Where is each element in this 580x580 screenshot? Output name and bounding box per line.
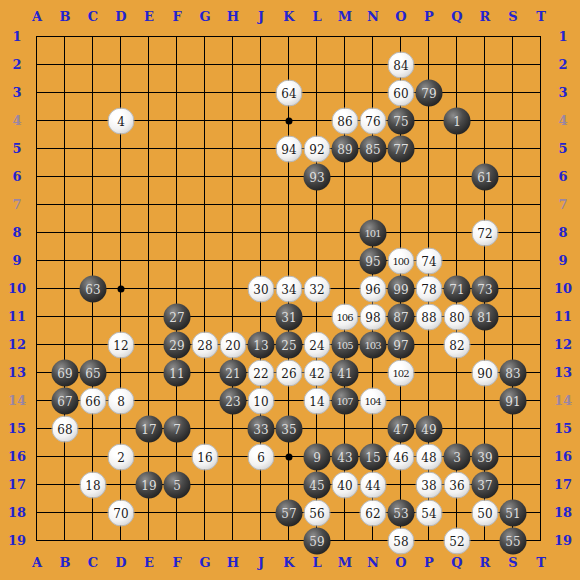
- stone-black-61[interactable]: 61: [472, 164, 499, 191]
- point-Q19[interactable]: 52: [443, 527, 471, 555]
- stone-black-89[interactable]: 89: [332, 136, 359, 163]
- stone-white-80[interactable]: 80: [444, 304, 471, 331]
- point-D6[interactable]: [107, 163, 135, 191]
- stone-white-64[interactable]: 64: [276, 80, 303, 107]
- point-L6[interactable]: 93: [303, 163, 331, 191]
- point-L5[interactable]: 92: [303, 135, 331, 163]
- point-F3[interactable]: [163, 79, 191, 107]
- point-C6[interactable]: [79, 163, 107, 191]
- point-E11[interactable]: [135, 303, 163, 331]
- point-J14[interactable]: 10: [247, 387, 275, 415]
- point-T5[interactable]: [527, 135, 555, 163]
- point-R19[interactable]: [471, 527, 499, 555]
- point-O1[interactable]: [387, 23, 415, 51]
- point-N9[interactable]: 95: [359, 247, 387, 275]
- point-S19[interactable]: 55: [499, 527, 527, 555]
- point-A18[interactable]: [23, 499, 51, 527]
- stone-black-13[interactable]: 13: [248, 332, 275, 359]
- stone-black-31[interactable]: 31: [276, 304, 303, 331]
- point-S10[interactable]: [499, 275, 527, 303]
- point-A17[interactable]: [23, 471, 51, 499]
- point-T9[interactable]: [527, 247, 555, 275]
- point-L12[interactable]: 24: [303, 331, 331, 359]
- point-H13[interactable]: 21: [219, 359, 247, 387]
- point-R3[interactable]: [471, 79, 499, 107]
- go-board[interactable]: 8464607948676751949289857793611017295100…: [23, 23, 555, 555]
- point-M13[interactable]: 41: [331, 359, 359, 387]
- stone-black-101[interactable]: 101: [360, 220, 387, 247]
- point-D13[interactable]: [107, 359, 135, 387]
- point-D3[interactable]: [107, 79, 135, 107]
- point-O6[interactable]: [387, 163, 415, 191]
- stone-black-9[interactable]: 9: [304, 444, 331, 471]
- point-C16[interactable]: [79, 443, 107, 471]
- point-S7[interactable]: [499, 191, 527, 219]
- point-P11[interactable]: 88: [415, 303, 443, 331]
- point-P12[interactable]: [415, 331, 443, 359]
- point-T6[interactable]: [527, 163, 555, 191]
- point-J10[interactable]: 30: [247, 275, 275, 303]
- stone-white-2[interactable]: 2: [108, 444, 135, 471]
- point-F19[interactable]: [163, 527, 191, 555]
- point-B13[interactable]: 69: [51, 359, 79, 387]
- point-L14[interactable]: 14: [303, 387, 331, 415]
- point-O4[interactable]: 75: [387, 107, 415, 135]
- point-T19[interactable]: [527, 527, 555, 555]
- point-K14[interactable]: [275, 387, 303, 415]
- point-S3[interactable]: [499, 79, 527, 107]
- point-C7[interactable]: [79, 191, 107, 219]
- stone-white-82[interactable]: 82: [444, 332, 471, 359]
- point-E8[interactable]: [135, 219, 163, 247]
- point-N7[interactable]: [359, 191, 387, 219]
- point-O18[interactable]: 53: [387, 499, 415, 527]
- point-N11[interactable]: 98: [359, 303, 387, 331]
- point-E1[interactable]: [135, 23, 163, 51]
- point-G18[interactable]: [191, 499, 219, 527]
- point-D11[interactable]: [107, 303, 135, 331]
- stone-black-21[interactable]: 21: [220, 360, 247, 387]
- point-O12[interactable]: 97: [387, 331, 415, 359]
- point-P15[interactable]: 49: [415, 415, 443, 443]
- point-C5[interactable]: [79, 135, 107, 163]
- point-O9[interactable]: 100: [387, 247, 415, 275]
- point-D18[interactable]: 70: [107, 499, 135, 527]
- point-F1[interactable]: [163, 23, 191, 51]
- point-C8[interactable]: [79, 219, 107, 247]
- point-Q11[interactable]: 80: [443, 303, 471, 331]
- point-A1[interactable]: [23, 23, 51, 51]
- point-B17[interactable]: [51, 471, 79, 499]
- point-B9[interactable]: [51, 247, 79, 275]
- point-N12[interactable]: 103: [359, 331, 387, 359]
- point-A13[interactable]: [23, 359, 51, 387]
- point-G12[interactable]: 28: [191, 331, 219, 359]
- point-A6[interactable]: [23, 163, 51, 191]
- stone-white-30[interactable]: 30: [248, 276, 275, 303]
- point-B18[interactable]: [51, 499, 79, 527]
- point-M1[interactable]: [331, 23, 359, 51]
- stone-black-81[interactable]: 81: [472, 304, 499, 331]
- point-A7[interactable]: [23, 191, 51, 219]
- point-F16[interactable]: [163, 443, 191, 471]
- point-M7[interactable]: [331, 191, 359, 219]
- stone-black-75[interactable]: 75: [388, 108, 415, 135]
- point-S4[interactable]: [499, 107, 527, 135]
- point-M15[interactable]: [331, 415, 359, 443]
- point-T13[interactable]: [527, 359, 555, 387]
- point-O2[interactable]: 84: [387, 51, 415, 79]
- point-N13[interactable]: [359, 359, 387, 387]
- stone-black-57[interactable]: 57: [276, 500, 303, 527]
- stone-white-44[interactable]: 44: [360, 472, 387, 499]
- stone-white-14[interactable]: 14: [304, 388, 331, 415]
- point-O7[interactable]: [387, 191, 415, 219]
- point-F4[interactable]: [163, 107, 191, 135]
- point-Q4[interactable]: 1: [443, 107, 471, 135]
- point-K5[interactable]: 94: [275, 135, 303, 163]
- point-B3[interactable]: [51, 79, 79, 107]
- point-L15[interactable]: [303, 415, 331, 443]
- point-P9[interactable]: 74: [415, 247, 443, 275]
- point-G5[interactable]: [191, 135, 219, 163]
- stone-white-60[interactable]: 60: [388, 80, 415, 107]
- stone-white-46[interactable]: 46: [388, 444, 415, 471]
- point-S9[interactable]: [499, 247, 527, 275]
- point-F12[interactable]: 29: [163, 331, 191, 359]
- stone-white-6[interactable]: 6: [248, 444, 275, 471]
- point-R6[interactable]: 61: [471, 163, 499, 191]
- point-C4[interactable]: [79, 107, 107, 135]
- point-B6[interactable]: [51, 163, 79, 191]
- point-A10[interactable]: [23, 275, 51, 303]
- point-O16[interactable]: 46: [387, 443, 415, 471]
- point-L4[interactable]: [303, 107, 331, 135]
- point-Q3[interactable]: [443, 79, 471, 107]
- point-B8[interactable]: [51, 219, 79, 247]
- stone-white-86[interactable]: 86: [332, 108, 359, 135]
- point-D8[interactable]: [107, 219, 135, 247]
- stone-white-56[interactable]: 56: [304, 500, 331, 527]
- stone-black-73[interactable]: 73: [472, 276, 499, 303]
- point-F9[interactable]: [163, 247, 191, 275]
- stone-white-54[interactable]: 54: [416, 500, 443, 527]
- point-P1[interactable]: [415, 23, 443, 51]
- point-F13[interactable]: 11: [163, 359, 191, 387]
- point-L18[interactable]: 56: [303, 499, 331, 527]
- stone-black-43[interactable]: 43: [332, 444, 359, 471]
- point-J3[interactable]: [247, 79, 275, 107]
- point-B16[interactable]: [51, 443, 79, 471]
- point-A8[interactable]: [23, 219, 51, 247]
- point-E19[interactable]: [135, 527, 163, 555]
- point-R10[interactable]: 73: [471, 275, 499, 303]
- point-A5[interactable]: [23, 135, 51, 163]
- point-F15[interactable]: 7: [163, 415, 191, 443]
- point-G16[interactable]: 16: [191, 443, 219, 471]
- point-E16[interactable]: [135, 443, 163, 471]
- point-A3[interactable]: [23, 79, 51, 107]
- point-P14[interactable]: [415, 387, 443, 415]
- point-O3[interactable]: 60: [387, 79, 415, 107]
- point-A11[interactable]: [23, 303, 51, 331]
- stone-white-42[interactable]: 42: [304, 360, 331, 387]
- stone-black-71[interactable]: 71: [444, 276, 471, 303]
- stone-white-38[interactable]: 38: [416, 472, 443, 499]
- stone-black-83[interactable]: 83: [500, 360, 527, 387]
- point-F8[interactable]: [163, 219, 191, 247]
- point-E7[interactable]: [135, 191, 163, 219]
- point-A19[interactable]: [23, 527, 51, 555]
- point-J18[interactable]: [247, 499, 275, 527]
- point-M4[interactable]: 86: [331, 107, 359, 135]
- point-O17[interactable]: [387, 471, 415, 499]
- stone-black-33[interactable]: 33: [248, 416, 275, 443]
- point-G17[interactable]: [191, 471, 219, 499]
- point-B12[interactable]: [51, 331, 79, 359]
- stone-white-16[interactable]: 16: [192, 444, 219, 471]
- stone-black-65[interactable]: 65: [80, 360, 107, 387]
- point-O15[interactable]: 47: [387, 415, 415, 443]
- stone-black-39[interactable]: 39: [472, 444, 499, 471]
- point-K7[interactable]: [275, 191, 303, 219]
- point-S18[interactable]: 51: [499, 499, 527, 527]
- point-B19[interactable]: [51, 527, 79, 555]
- point-K11[interactable]: 31: [275, 303, 303, 331]
- stone-black-19[interactable]: 19: [136, 472, 163, 499]
- point-N10[interactable]: 96: [359, 275, 387, 303]
- point-O8[interactable]: [387, 219, 415, 247]
- point-D12[interactable]: 12: [107, 331, 135, 359]
- point-H2[interactable]: [219, 51, 247, 79]
- point-G19[interactable]: [191, 527, 219, 555]
- stone-white-12[interactable]: 12: [108, 332, 135, 359]
- point-L9[interactable]: [303, 247, 331, 275]
- point-A14[interactable]: [23, 387, 51, 415]
- point-B10[interactable]: [51, 275, 79, 303]
- point-Q5[interactable]: [443, 135, 471, 163]
- stone-black-1[interactable]: 1: [444, 108, 471, 135]
- stone-black-77[interactable]: 77: [388, 136, 415, 163]
- stone-white-24[interactable]: 24: [304, 332, 331, 359]
- point-L16[interactable]: 9: [303, 443, 331, 471]
- point-P19[interactable]: [415, 527, 443, 555]
- stone-black-45[interactable]: 45: [304, 472, 331, 499]
- point-A2[interactable]: [23, 51, 51, 79]
- point-K12[interactable]: 25: [275, 331, 303, 359]
- point-T15[interactable]: [527, 415, 555, 443]
- point-C9[interactable]: [79, 247, 107, 275]
- point-S11[interactable]: [499, 303, 527, 331]
- point-F18[interactable]: [163, 499, 191, 527]
- point-N15[interactable]: [359, 415, 387, 443]
- point-H12[interactable]: 20: [219, 331, 247, 359]
- stone-black-63[interactable]: 63: [80, 276, 107, 303]
- point-E9[interactable]: [135, 247, 163, 275]
- point-Q12[interactable]: 82: [443, 331, 471, 359]
- point-B14[interactable]: 67: [51, 387, 79, 415]
- stone-black-99[interactable]: 99: [388, 276, 415, 303]
- point-G15[interactable]: [191, 415, 219, 443]
- point-N6[interactable]: [359, 163, 387, 191]
- point-N19[interactable]: [359, 527, 387, 555]
- point-R5[interactable]: [471, 135, 499, 163]
- point-K13[interactable]: 26: [275, 359, 303, 387]
- point-R17[interactable]: 37: [471, 471, 499, 499]
- point-P5[interactable]: [415, 135, 443, 163]
- stone-black-15[interactable]: 15: [360, 444, 387, 471]
- point-T17[interactable]: [527, 471, 555, 499]
- point-M10[interactable]: [331, 275, 359, 303]
- point-F17[interactable]: 5: [163, 471, 191, 499]
- point-S15[interactable]: [499, 415, 527, 443]
- point-Q14[interactable]: [443, 387, 471, 415]
- stone-white-90[interactable]: 90: [472, 360, 499, 387]
- point-H18[interactable]: [219, 499, 247, 527]
- stone-white-76[interactable]: 76: [360, 108, 387, 135]
- point-L11[interactable]: [303, 303, 331, 331]
- point-Q1[interactable]: [443, 23, 471, 51]
- point-R11[interactable]: 81: [471, 303, 499, 331]
- stone-black-107[interactable]: 107: [332, 388, 359, 415]
- point-P2[interactable]: [415, 51, 443, 79]
- point-N17[interactable]: 44: [359, 471, 387, 499]
- point-M5[interactable]: 89: [331, 135, 359, 163]
- point-L13[interactable]: 42: [303, 359, 331, 387]
- point-G14[interactable]: [191, 387, 219, 415]
- stone-white-78[interactable]: 78: [416, 276, 443, 303]
- point-M3[interactable]: [331, 79, 359, 107]
- point-T16[interactable]: [527, 443, 555, 471]
- point-M18[interactable]: [331, 499, 359, 527]
- point-N8[interactable]: 101: [359, 219, 387, 247]
- point-T14[interactable]: [527, 387, 555, 415]
- point-M16[interactable]: 43: [331, 443, 359, 471]
- point-O5[interactable]: 77: [387, 135, 415, 163]
- point-M6[interactable]: [331, 163, 359, 191]
- point-O13[interactable]: 102: [387, 359, 415, 387]
- point-S13[interactable]: 83: [499, 359, 527, 387]
- point-K6[interactable]: [275, 163, 303, 191]
- point-C19[interactable]: [79, 527, 107, 555]
- point-Q10[interactable]: 71: [443, 275, 471, 303]
- point-P16[interactable]: 48: [415, 443, 443, 471]
- point-E15[interactable]: 17: [135, 415, 163, 443]
- point-E17[interactable]: 19: [135, 471, 163, 499]
- stone-white-104[interactable]: 104: [360, 388, 387, 415]
- stone-white-52[interactable]: 52: [444, 528, 471, 555]
- point-E5[interactable]: [135, 135, 163, 163]
- stone-black-47[interactable]: 47: [388, 416, 415, 443]
- stone-white-74[interactable]: 74: [416, 248, 443, 275]
- point-R8[interactable]: 72: [471, 219, 499, 247]
- point-D19[interactable]: [107, 527, 135, 555]
- stone-white-66[interactable]: 66: [80, 388, 107, 415]
- stone-black-59[interactable]: 59: [304, 528, 331, 555]
- stone-white-50[interactable]: 50: [472, 500, 499, 527]
- point-H11[interactable]: [219, 303, 247, 331]
- stone-black-85[interactable]: 85: [360, 136, 387, 163]
- point-H10[interactable]: [219, 275, 247, 303]
- point-E4[interactable]: [135, 107, 163, 135]
- point-M2[interactable]: [331, 51, 359, 79]
- stone-black-97[interactable]: 97: [388, 332, 415, 359]
- point-R9[interactable]: [471, 247, 499, 275]
- point-H7[interactable]: [219, 191, 247, 219]
- stone-white-70[interactable]: 70: [108, 500, 135, 527]
- point-J5[interactable]: [247, 135, 275, 163]
- point-E18[interactable]: [135, 499, 163, 527]
- stone-white-26[interactable]: 26: [276, 360, 303, 387]
- point-J15[interactable]: 33: [247, 415, 275, 443]
- point-H17[interactable]: [219, 471, 247, 499]
- point-J8[interactable]: [247, 219, 275, 247]
- point-D9[interactable]: [107, 247, 135, 275]
- stone-white-68[interactable]: 68: [52, 416, 79, 443]
- point-M8[interactable]: [331, 219, 359, 247]
- point-G10[interactable]: [191, 275, 219, 303]
- point-N4[interactable]: 76: [359, 107, 387, 135]
- point-N3[interactable]: [359, 79, 387, 107]
- point-K4[interactable]: [275, 107, 303, 135]
- stone-black-69[interactable]: 69: [52, 360, 79, 387]
- point-M11[interactable]: 106: [331, 303, 359, 331]
- point-S6[interactable]: [499, 163, 527, 191]
- stone-black-53[interactable]: 53: [388, 500, 415, 527]
- point-P8[interactable]: [415, 219, 443, 247]
- point-O11[interactable]: 87: [387, 303, 415, 331]
- stone-white-40[interactable]: 40: [332, 472, 359, 499]
- point-N16[interactable]: 15: [359, 443, 387, 471]
- point-R18[interactable]: 50: [471, 499, 499, 527]
- point-R15[interactable]: [471, 415, 499, 443]
- point-S2[interactable]: [499, 51, 527, 79]
- point-A15[interactable]: [23, 415, 51, 443]
- point-N5[interactable]: 85: [359, 135, 387, 163]
- point-E2[interactable]: [135, 51, 163, 79]
- point-G4[interactable]: [191, 107, 219, 135]
- point-J2[interactable]: [247, 51, 275, 79]
- point-A4[interactable]: [23, 107, 51, 135]
- point-C11[interactable]: [79, 303, 107, 331]
- point-J12[interactable]: 13: [247, 331, 275, 359]
- point-N2[interactable]: [359, 51, 387, 79]
- point-E13[interactable]: [135, 359, 163, 387]
- point-F11[interactable]: 27: [163, 303, 191, 331]
- point-G3[interactable]: [191, 79, 219, 107]
- point-O19[interactable]: 58: [387, 527, 415, 555]
- point-R7[interactable]: [471, 191, 499, 219]
- point-N14[interactable]: 104: [359, 387, 387, 415]
- point-Q6[interactable]: [443, 163, 471, 191]
- point-L7[interactable]: [303, 191, 331, 219]
- point-K19[interactable]: [275, 527, 303, 555]
- point-S12[interactable]: [499, 331, 527, 359]
- stone-black-17[interactable]: 17: [136, 416, 163, 443]
- point-E10[interactable]: [135, 275, 163, 303]
- stone-black-87[interactable]: 87: [388, 304, 415, 331]
- point-D1[interactable]: [107, 23, 135, 51]
- point-S16[interactable]: [499, 443, 527, 471]
- stone-white-10[interactable]: 10: [248, 388, 275, 415]
- point-P6[interactable]: [415, 163, 443, 191]
- point-J4[interactable]: [247, 107, 275, 135]
- stone-black-79[interactable]: 79: [416, 80, 443, 107]
- point-F10[interactable]: [163, 275, 191, 303]
- stone-black-7[interactable]: 7: [164, 416, 191, 443]
- stone-black-95[interactable]: 95: [360, 248, 387, 275]
- point-P17[interactable]: 38: [415, 471, 443, 499]
